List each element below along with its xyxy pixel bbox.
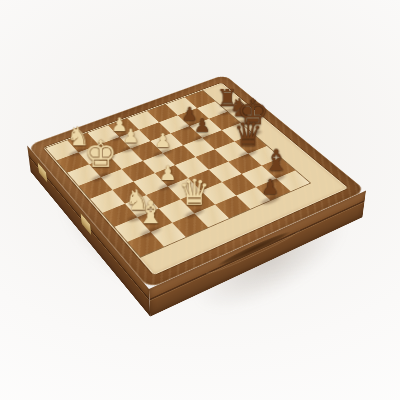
- case-top: ♜♞♚♟♟♟♛♟♟♞♝♚♟♟♛♞♝: [27, 74, 366, 289]
- square-g7: [178, 108, 209, 126]
- square-h5: [127, 111, 158, 129]
- black-bishop-b7: ♝: [251, 146, 301, 178]
- square-h6: [147, 104, 178, 122]
- product-photo: ♜♞♚♟♟♟♛♟♟♞♝♚♟♟♛♞♝: [0, 0, 400, 400]
- square-h7: [166, 97, 197, 115]
- scene: ♜♞♚♟♟♟♛♟♟♞♝♚♟♟♛♞♝: [0, 0, 400, 400]
- black-pawn-a6: ♟: [245, 177, 296, 200]
- white-bishop-b1: ♝: [124, 198, 177, 232]
- white-pawn-f4: ♟: [139, 131, 187, 153]
- chess-case: ♜♞♚♟♟♟♛♟♟♞♝♚♟♟♛♞♝: [31, 100, 363, 317]
- square-f7: [190, 119, 222, 138]
- square-g8: [196, 101, 227, 119]
- square-h8: [184, 91, 214, 108]
- white-king-f1: ♚: [76, 136, 126, 177]
